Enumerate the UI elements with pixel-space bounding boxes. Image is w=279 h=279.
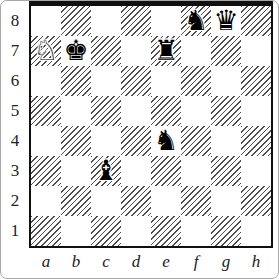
square-b1[interactable] xyxy=(61,216,91,246)
file-label-g: g xyxy=(211,249,241,275)
chess-diagram: 87654321 ♞♛♘♚♜♞♝ abcdefgh xyxy=(0,0,279,279)
square-h5[interactable] xyxy=(241,96,271,126)
square-b8[interactable] xyxy=(61,6,91,36)
square-a7[interactable]: ♘ xyxy=(31,36,61,66)
square-a8[interactable] xyxy=(31,6,61,36)
square-f5[interactable] xyxy=(181,96,211,126)
rank-label-2: 2 xyxy=(4,186,26,216)
square-f6[interactable] xyxy=(181,66,211,96)
white-knight: ♘ xyxy=(31,36,61,66)
black-bishop: ♝ xyxy=(91,156,121,186)
square-e4[interactable]: ♞ xyxy=(151,126,181,156)
square-f4[interactable] xyxy=(181,126,211,156)
square-g5[interactable] xyxy=(211,96,241,126)
square-g4[interactable] xyxy=(211,126,241,156)
rank-label-3: 3 xyxy=(4,156,26,186)
black-rook: ♜ xyxy=(151,36,181,66)
square-e5[interactable] xyxy=(151,96,181,126)
file-label-d: d xyxy=(121,249,151,275)
square-a1[interactable] xyxy=(31,216,61,246)
black-knight: ♞ xyxy=(181,6,211,36)
square-a2[interactable] xyxy=(31,186,61,216)
square-d8[interactable] xyxy=(121,6,151,36)
square-e8[interactable] xyxy=(151,6,181,36)
square-c6[interactable] xyxy=(91,66,121,96)
rank-label-4: 4 xyxy=(4,126,26,156)
file-label-f: f xyxy=(181,249,211,275)
square-d2[interactable] xyxy=(121,186,151,216)
square-d3[interactable] xyxy=(121,156,151,186)
file-label-a: a xyxy=(31,249,61,275)
square-a4[interactable] xyxy=(31,126,61,156)
square-b6[interactable] xyxy=(61,66,91,96)
square-d5[interactable] xyxy=(121,96,151,126)
black-queen: ♛ xyxy=(211,6,241,36)
square-g7[interactable] xyxy=(211,36,241,66)
square-b5[interactable] xyxy=(61,96,91,126)
square-e1[interactable] xyxy=(151,216,181,246)
square-g1[interactable] xyxy=(211,216,241,246)
square-h4[interactable] xyxy=(241,126,271,156)
square-h8[interactable] xyxy=(241,6,271,36)
square-c5[interactable] xyxy=(91,96,121,126)
file-labels: abcdefgh xyxy=(31,249,271,275)
rank-label-1: 1 xyxy=(4,216,26,246)
square-f7[interactable] xyxy=(181,36,211,66)
board: ♞♛♘♚♜♞♝ xyxy=(31,6,271,246)
square-g2[interactable] xyxy=(211,186,241,216)
file-label-h: h xyxy=(241,249,271,275)
square-c1[interactable] xyxy=(91,216,121,246)
black-knight: ♞ xyxy=(151,126,181,156)
square-a5[interactable] xyxy=(31,96,61,126)
square-d7[interactable] xyxy=(121,36,151,66)
square-f3[interactable] xyxy=(181,156,211,186)
square-g3[interactable] xyxy=(211,156,241,186)
square-c2[interactable] xyxy=(91,186,121,216)
square-f8[interactable]: ♞ xyxy=(181,6,211,36)
black-king: ♚ xyxy=(61,36,91,66)
square-b7[interactable]: ♚ xyxy=(61,36,91,66)
square-c7[interactable] xyxy=(91,36,121,66)
square-e3[interactable] xyxy=(151,156,181,186)
square-g6[interactable] xyxy=(211,66,241,96)
file-label-b: b xyxy=(61,249,91,275)
square-e6[interactable] xyxy=(151,66,181,96)
square-h2[interactable] xyxy=(241,186,271,216)
square-b4[interactable] xyxy=(61,126,91,156)
square-d1[interactable] xyxy=(121,216,151,246)
square-c4[interactable] xyxy=(91,126,121,156)
rank-labels: 87654321 xyxy=(4,6,26,246)
square-f2[interactable] xyxy=(181,186,211,216)
square-d4[interactable] xyxy=(121,126,151,156)
square-h1[interactable] xyxy=(241,216,271,246)
square-b3[interactable] xyxy=(61,156,91,186)
square-f1[interactable] xyxy=(181,216,211,246)
square-c3[interactable]: ♝ xyxy=(91,156,121,186)
square-a3[interactable] xyxy=(31,156,61,186)
file-label-c: c xyxy=(91,249,121,275)
rank-label-8: 8 xyxy=(4,6,26,36)
board-frame: ♞♛♘♚♜♞♝ xyxy=(29,1,273,248)
square-h6[interactable] xyxy=(241,66,271,96)
square-d6[interactable] xyxy=(121,66,151,96)
square-h3[interactable] xyxy=(241,156,271,186)
rank-label-6: 6 xyxy=(4,66,26,96)
square-e7[interactable]: ♜ xyxy=(151,36,181,66)
square-e2[interactable] xyxy=(151,186,181,216)
rank-label-7: 7 xyxy=(4,36,26,66)
square-b2[interactable] xyxy=(61,186,91,216)
square-h7[interactable] xyxy=(241,36,271,66)
rank-label-5: 5 xyxy=(4,96,26,126)
square-a6[interactable] xyxy=(31,66,61,96)
square-g8[interactable]: ♛ xyxy=(211,6,241,36)
square-c8[interactable] xyxy=(91,6,121,36)
file-label-e: e xyxy=(151,249,181,275)
